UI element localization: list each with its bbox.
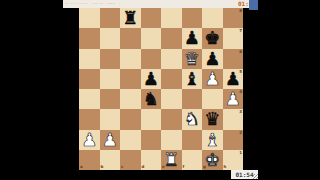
square-h5[interactable]: ♟5 [223,69,244,89]
square-f5[interactable]: ♝ [182,69,203,89]
header-bar: ··· ···· · ······· ····· ··· ······ · 01… [63,0,258,8]
resize-handle-icon[interactable] [253,174,258,179]
square-b6[interactable] [100,49,121,69]
white-queen[interactable]: ♛ [184,49,200,69]
square-d3[interactable] [141,109,162,129]
square-b4[interactable] [100,89,121,109]
square-e1[interactable]: ♜e [161,150,182,170]
square-d6[interactable] [141,49,162,69]
black-pawn[interactable]: ♟ [204,49,220,69]
file-label-b: b [101,165,104,169]
square-c3[interactable] [120,109,141,129]
square-a6[interactable] [79,49,100,69]
square-b3[interactable] [100,109,121,129]
square-e8[interactable] [161,8,182,28]
square-f6[interactable]: ♛ [182,49,203,69]
square-g8[interactable] [202,8,223,28]
square-b2[interactable]: ♟ [100,130,121,150]
square-b8[interactable] [100,8,121,28]
square-h7[interactable]: 7 [223,28,244,48]
square-h2[interactable]: 2 [223,130,244,150]
square-g7[interactable]: ♚ [202,28,223,48]
black-bishop[interactable]: ♝ [184,69,200,89]
file-label-h: h [224,165,227,169]
square-b5[interactable] [100,69,121,89]
square-g6[interactable]: ♟ [202,49,223,69]
square-c2[interactable] [120,130,141,150]
square-d5[interactable]: ♟ [141,69,162,89]
white-rook[interactable]: ♜ [163,150,179,170]
square-c7[interactable] [120,28,141,48]
square-a2[interactable]: ♟ [79,130,100,150]
square-h4[interactable]: ♟4 [223,89,244,109]
square-e5[interactable] [161,69,182,89]
white-pawn[interactable]: ♟ [102,130,118,150]
file-label-a: a [80,165,83,169]
white-king[interactable]: ♚ [204,150,220,170]
blue-panel-fragment [249,0,258,10]
white-pawn[interactable]: ♟ [204,69,220,89]
square-c4[interactable] [120,89,141,109]
square-a8[interactable] [79,8,100,28]
header-text-mid: ····· ··· [90,0,105,8]
white-pawn[interactable]: ♟ [81,130,97,150]
black-knight[interactable]: ♞ [143,89,159,109]
white-knight[interactable]: ♞ [184,109,200,129]
square-c8[interactable]: ♜ [120,8,141,28]
white-clock: 01:54 [231,170,258,179]
square-f3[interactable]: ♞ [182,109,203,129]
black-rook[interactable]: ♜ [122,8,138,28]
square-c5[interactable] [120,69,141,89]
rank-label-1: 1 [239,151,242,155]
square-g5[interactable]: ♟ [202,69,223,89]
video-frame: ··· ···· · ······· ····· ··· ······ · 01… [0,0,320,180]
square-a1[interactable]: a [79,150,100,170]
square-f8[interactable] [182,8,203,28]
white-clock-time: 01:54 [235,171,253,178]
square-b1[interactable]: b [100,150,121,170]
rank-label-4: 4 [239,90,242,94]
square-e3[interactable] [161,109,182,129]
rank-label-2: 2 [239,131,242,135]
rank-label-7: 7 [239,29,242,33]
square-h8[interactable]: 8 [223,8,244,28]
black-pawn[interactable]: ♟ [143,69,159,89]
file-label-c: c [121,165,123,169]
square-e7[interactable] [161,28,182,48]
square-d7[interactable] [141,28,162,48]
square-d2[interactable] [141,130,162,150]
rank-label-3: 3 [239,110,242,114]
square-c6[interactable] [120,49,141,69]
black-pawn[interactable]: ♟ [184,28,200,48]
square-f4[interactable] [182,89,203,109]
square-g4[interactable] [202,89,223,109]
square-c1[interactable]: c [120,150,141,170]
rank-label-6: 6 [239,50,242,54]
header-text-left: ··· ···· · ······· [63,0,90,8]
square-d4[interactable]: ♞ [141,89,162,109]
square-g1[interactable]: ♚g [202,150,223,170]
black-queen[interactable]: ♛ [204,109,220,129]
file-label-f: f [183,165,185,169]
square-e2[interactable] [161,130,182,150]
file-label-g: g [203,165,206,169]
square-h6[interactable]: 6 [223,49,244,69]
rank-label-5: 5 [239,70,242,74]
square-g2[interactable]: ♝ [202,130,223,150]
square-e4[interactable] [161,89,182,109]
square-f7[interactable]: ♟ [182,28,203,48]
chess-board[interactable]: ♜8♟♚7♛♟6♟♝♟♟5♞♟4♞♛3♟♟♝2abcd♜ef♚gh1 [79,8,243,170]
square-a7[interactable] [79,28,100,48]
square-a5[interactable] [79,69,100,89]
square-e6[interactable] [161,49,182,69]
file-label-d: d [142,165,145,169]
white-bishop[interactable]: ♝ [204,130,220,150]
square-b7[interactable] [100,28,121,48]
square-f1[interactable]: f [182,150,203,170]
square-a3[interactable] [79,109,100,129]
black-king[interactable]: ♚ [204,28,220,48]
square-d1[interactable]: d [141,150,162,170]
file-label-e: e [162,165,165,169]
square-g3[interactable]: ♛ [202,109,223,129]
rank-label-8: 8 [239,9,242,13]
square-f2[interactable] [182,130,203,150]
square-h3[interactable]: 3 [223,109,244,129]
header-text-highlight: ······ [105,0,117,8]
square-h1[interactable]: h1 [223,150,244,170]
square-a4[interactable] [79,89,100,109]
square-d8[interactable] [141,8,162,28]
